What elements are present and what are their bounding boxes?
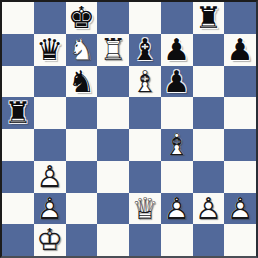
square-b6[interactable] <box>34 66 66 98</box>
square-f1[interactable] <box>161 224 193 256</box>
square-h6[interactable] <box>224 66 256 98</box>
square-h7[interactable]: ♟ <box>224 34 256 66</box>
black-pawn-f6: ♟ <box>161 66 193 98</box>
square-g8[interactable]: ♜ <box>193 2 225 34</box>
square-g3[interactable] <box>193 161 225 193</box>
square-c8[interactable]: ♚ <box>66 2 98 34</box>
square-f3[interactable] <box>161 161 193 193</box>
square-b5[interactable] <box>34 97 66 129</box>
square-d7[interactable]: ♜♖ <box>97 34 129 66</box>
black-king-c8: ♚ <box>66 2 98 34</box>
square-e4[interactable] <box>129 129 161 161</box>
square-d6[interactable] <box>97 66 129 98</box>
square-g6[interactable] <box>193 66 225 98</box>
square-g7[interactable] <box>193 34 225 66</box>
chess-board-grid: ♚♜♛♞♘♜♖♝♟♟♞♝♗♟♜♝♗♟♙♟♙♛♕♟♙♟♙♟♙♚♔ <box>2 2 256 256</box>
black-queen-b7: ♛ <box>34 34 66 66</box>
square-c2[interactable] <box>66 193 98 225</box>
square-a5[interactable]: ♜ <box>2 97 34 129</box>
square-h2[interactable]: ♟♙ <box>224 193 256 225</box>
white-pawn-b3: ♟♙ <box>34 161 66 193</box>
chess-board: ♚♜♛♞♘♜♖♝♟♟♞♝♗♟♜♝♗♟♙♟♙♛♕♟♙♟♙♟♙♚♔ <box>0 0 258 258</box>
square-b2[interactable]: ♟♙ <box>34 193 66 225</box>
white-king-b1: ♚♔ <box>34 224 66 256</box>
square-c3[interactable] <box>66 161 98 193</box>
black-pawn-h7: ♟ <box>224 34 256 66</box>
square-f6[interactable]: ♟ <box>161 66 193 98</box>
square-d8[interactable] <box>97 2 129 34</box>
white-pawn-b2: ♟♙ <box>34 193 66 225</box>
square-a7[interactable] <box>2 34 34 66</box>
square-h8[interactable] <box>224 2 256 34</box>
square-d3[interactable] <box>97 161 129 193</box>
square-a6[interactable] <box>2 66 34 98</box>
black-rook-g8: ♜ <box>193 2 225 34</box>
white-queen-e2: ♛♕ <box>129 193 161 225</box>
square-e8[interactable] <box>129 2 161 34</box>
square-a1[interactable] <box>2 224 34 256</box>
white-bishop-e6: ♝♗ <box>129 66 161 98</box>
square-e7[interactable]: ♝ <box>129 34 161 66</box>
square-c5[interactable] <box>66 97 98 129</box>
square-h3[interactable] <box>224 161 256 193</box>
square-c7[interactable]: ♞♘ <box>66 34 98 66</box>
square-g1[interactable] <box>193 224 225 256</box>
black-pawn-f7: ♟ <box>161 34 193 66</box>
black-rook-a5: ♜ <box>2 97 34 129</box>
square-f7[interactable]: ♟ <box>161 34 193 66</box>
square-a2[interactable] <box>2 193 34 225</box>
square-g5[interactable] <box>193 97 225 129</box>
square-b7[interactable]: ♛ <box>34 34 66 66</box>
square-b8[interactable] <box>34 2 66 34</box>
square-e6[interactable]: ♝♗ <box>129 66 161 98</box>
square-h4[interactable] <box>224 129 256 161</box>
square-f5[interactable] <box>161 97 193 129</box>
white-pawn-g2: ♟♙ <box>193 193 225 225</box>
square-a8[interactable] <box>2 2 34 34</box>
square-a4[interactable] <box>2 129 34 161</box>
square-e5[interactable] <box>129 97 161 129</box>
square-a3[interactable] <box>2 161 34 193</box>
square-b4[interactable] <box>34 129 66 161</box>
square-d5[interactable] <box>97 97 129 129</box>
square-c1[interactable] <box>66 224 98 256</box>
square-c6[interactable]: ♞ <box>66 66 98 98</box>
square-d1[interactable] <box>97 224 129 256</box>
square-e2[interactable]: ♛♕ <box>129 193 161 225</box>
white-pawn-f2: ♟♙ <box>161 193 193 225</box>
square-e1[interactable] <box>129 224 161 256</box>
square-d4[interactable] <box>97 129 129 161</box>
square-d2[interactable] <box>97 193 129 225</box>
square-f8[interactable] <box>161 2 193 34</box>
white-bishop-f4: ♝♗ <box>161 129 193 161</box>
square-g4[interactable] <box>193 129 225 161</box>
square-g2[interactable]: ♟♙ <box>193 193 225 225</box>
square-h5[interactable] <box>224 97 256 129</box>
square-c4[interactable] <box>66 129 98 161</box>
square-h1[interactable] <box>224 224 256 256</box>
square-f2[interactable]: ♟♙ <box>161 193 193 225</box>
black-bishop-e7: ♝ <box>129 34 161 66</box>
square-b1[interactable]: ♚♔ <box>34 224 66 256</box>
white-rook-d7: ♜♖ <box>97 34 129 66</box>
white-pawn-h2: ♟♙ <box>224 193 256 225</box>
square-f4[interactable]: ♝♗ <box>161 129 193 161</box>
square-b3[interactable]: ♟♙ <box>34 161 66 193</box>
square-e3[interactable] <box>129 161 161 193</box>
black-knight-c6: ♞ <box>66 66 98 98</box>
white-knight-c7: ♞♘ <box>66 34 98 66</box>
